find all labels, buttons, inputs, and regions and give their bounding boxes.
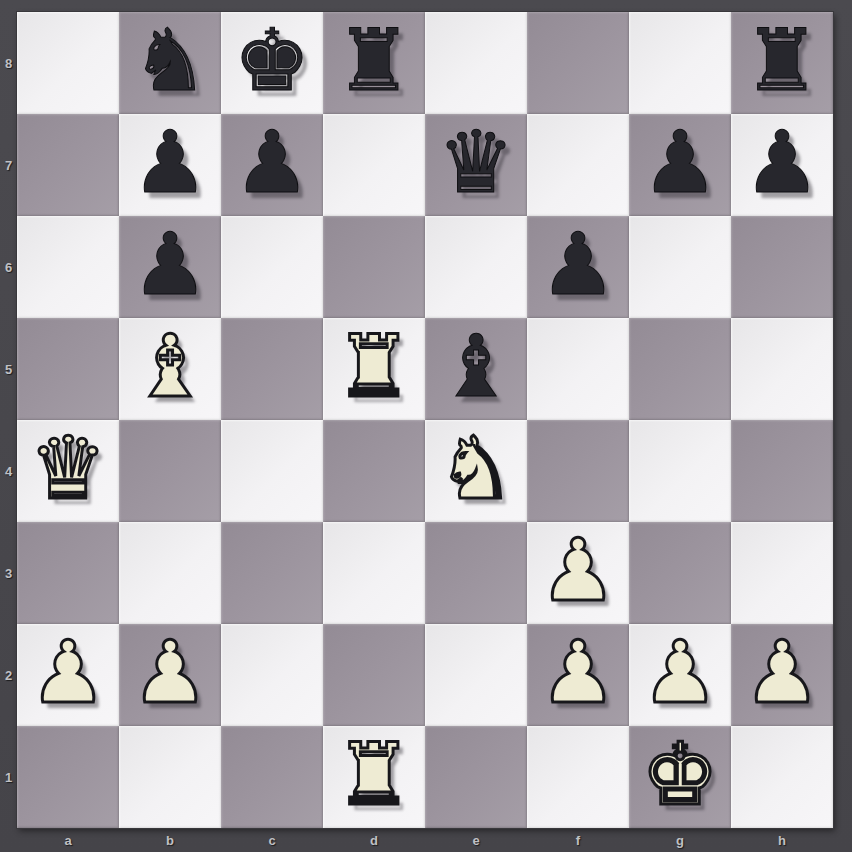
square-c5[interactable] <box>221 318 323 420</box>
file-label-c: c <box>221 828 323 852</box>
square-a7[interactable] <box>17 114 119 216</box>
black-pawn[interactable]: ♟ <box>131 221 208 307</box>
square-g8[interactable] <box>629 12 731 114</box>
square-b3[interactable] <box>119 522 221 624</box>
rank-label-7: 7 <box>0 114 17 216</box>
black-knight[interactable]: ♞ <box>131 17 208 103</box>
white-king[interactable]: ♚ <box>641 731 718 817</box>
square-f6[interactable]: ♟ <box>527 216 629 318</box>
square-f2[interactable]: ♟ <box>527 624 629 726</box>
square-d6[interactable] <box>323 216 425 318</box>
file-label-g: g <box>629 828 731 852</box>
black-pawn[interactable]: ♟ <box>233 119 310 205</box>
square-b5[interactable]: ♝ <box>119 318 221 420</box>
square-a2[interactable]: ♟ <box>17 624 119 726</box>
rank-label-4: 4 <box>0 420 17 522</box>
file-label-a: a <box>17 828 119 852</box>
white-pawn[interactable]: ♟ <box>743 629 820 715</box>
square-g5[interactable] <box>629 318 731 420</box>
file-label-b: b <box>119 828 221 852</box>
square-h6[interactable] <box>731 216 833 318</box>
square-h8[interactable]: ♜ <box>731 12 833 114</box>
square-h4[interactable] <box>731 420 833 522</box>
square-g3[interactable] <box>629 522 731 624</box>
square-a1[interactable] <box>17 726 119 828</box>
square-e2[interactable] <box>425 624 527 726</box>
square-f8[interactable] <box>527 12 629 114</box>
square-g7[interactable]: ♟ <box>629 114 731 216</box>
square-h5[interactable] <box>731 318 833 420</box>
black-pawn[interactable]: ♟ <box>539 221 616 307</box>
file-label-d: d <box>323 828 425 852</box>
rank-labels: 87654321 <box>0 12 17 828</box>
square-h1[interactable] <box>731 726 833 828</box>
square-e7[interactable]: ♛ <box>425 114 527 216</box>
square-f3[interactable]: ♟ <box>527 522 629 624</box>
square-b4[interactable] <box>119 420 221 522</box>
white-pawn[interactable]: ♟ <box>29 629 106 715</box>
file-label-f: f <box>527 828 629 852</box>
square-e1[interactable] <box>425 726 527 828</box>
square-g4[interactable] <box>629 420 731 522</box>
square-b2[interactable]: ♟ <box>119 624 221 726</box>
square-c7[interactable]: ♟ <box>221 114 323 216</box>
square-a3[interactable] <box>17 522 119 624</box>
black-bishop[interactable]: ♝ <box>437 323 514 409</box>
square-c1[interactable] <box>221 726 323 828</box>
white-pawn[interactable]: ♟ <box>539 527 616 613</box>
square-f7[interactable] <box>527 114 629 216</box>
square-d3[interactable] <box>323 522 425 624</box>
black-rook[interactable]: ♜ <box>335 17 412 103</box>
square-d8[interactable]: ♜ <box>323 12 425 114</box>
square-h7[interactable]: ♟ <box>731 114 833 216</box>
square-a5[interactable] <box>17 318 119 420</box>
square-e5[interactable]: ♝ <box>425 318 527 420</box>
chessboard-frame: 87654321 ♞♚♜♜♟♟♛♟♟♟♟♝♜♝♛♞♟♟♟♟♟♟♜♚ abcdef… <box>0 0 852 852</box>
square-c8[interactable]: ♚ <box>221 12 323 114</box>
white-rook[interactable]: ♜ <box>335 323 412 409</box>
square-d2[interactable] <box>323 624 425 726</box>
black-queen[interactable]: ♛ <box>437 119 514 205</box>
square-b1[interactable] <box>119 726 221 828</box>
white-queen[interactable]: ♛ <box>29 425 106 511</box>
white-pawn[interactable]: ♟ <box>539 629 616 715</box>
square-c2[interactable] <box>221 624 323 726</box>
square-c4[interactable] <box>221 420 323 522</box>
file-label-e: e <box>425 828 527 852</box>
square-c3[interactable] <box>221 522 323 624</box>
black-pawn[interactable]: ♟ <box>743 119 820 205</box>
rank-label-1: 1 <box>0 726 17 828</box>
square-d1[interactable]: ♜ <box>323 726 425 828</box>
square-b6[interactable]: ♟ <box>119 216 221 318</box>
square-b8[interactable]: ♞ <box>119 12 221 114</box>
square-d5[interactable]: ♜ <box>323 318 425 420</box>
white-rook[interactable]: ♜ <box>335 731 412 817</box>
square-h2[interactable]: ♟ <box>731 624 833 726</box>
file-label-h: h <box>731 828 833 852</box>
rank-label-2: 2 <box>0 624 17 726</box>
square-e6[interactable] <box>425 216 527 318</box>
square-g2[interactable]: ♟ <box>629 624 731 726</box>
square-h3[interactable] <box>731 522 833 624</box>
square-c6[interactable] <box>221 216 323 318</box>
black-rook[interactable]: ♜ <box>743 17 820 103</box>
rank-label-5: 5 <box>0 318 17 420</box>
white-knight[interactable]: ♞ <box>437 425 514 511</box>
black-pawn[interactable]: ♟ <box>131 119 208 205</box>
black-pawn[interactable]: ♟ <box>641 119 718 205</box>
square-a6[interactable] <box>17 216 119 318</box>
white-pawn[interactable]: ♟ <box>131 629 208 715</box>
square-e8[interactable] <box>425 12 527 114</box>
rank-label-3: 3 <box>0 522 17 624</box>
white-pawn[interactable]: ♟ <box>641 629 718 715</box>
square-f1[interactable] <box>527 726 629 828</box>
file-labels: abcdefgh <box>17 828 833 852</box>
square-b7[interactable]: ♟ <box>119 114 221 216</box>
square-d7[interactable] <box>323 114 425 216</box>
square-a4[interactable]: ♛ <box>17 420 119 522</box>
square-d4[interactable] <box>323 420 425 522</box>
black-king[interactable]: ♚ <box>233 17 310 103</box>
white-bishop[interactable]: ♝ <box>131 323 208 409</box>
square-e4[interactable]: ♞ <box>425 420 527 522</box>
square-a8[interactable] <box>17 12 119 114</box>
square-g1[interactable]: ♚ <box>629 726 731 828</box>
square-f4[interactable] <box>527 420 629 522</box>
rank-label-6: 6 <box>0 216 17 318</box>
square-f5[interactable] <box>527 318 629 420</box>
chessboard[interactable]: ♞♚♜♜♟♟♛♟♟♟♟♝♜♝♛♞♟♟♟♟♟♟♜♚ <box>17 12 833 828</box>
rank-label-8: 8 <box>0 12 17 114</box>
square-g6[interactable] <box>629 216 731 318</box>
square-e3[interactable] <box>425 522 527 624</box>
